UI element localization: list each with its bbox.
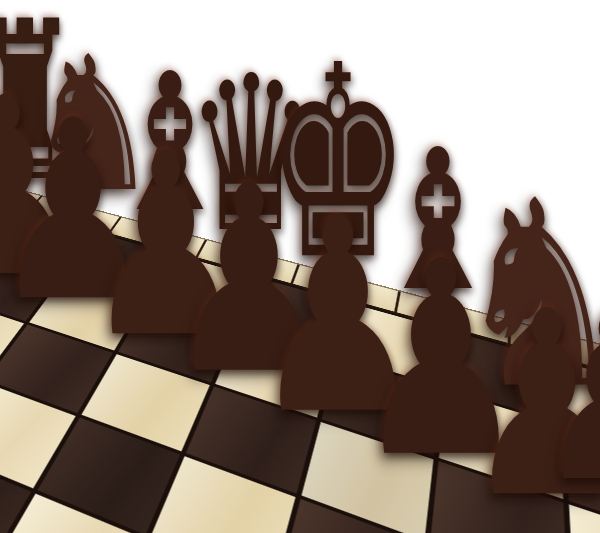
chess-set-photo: ABCDEFGH ♜♞♝♛♚♝♞♟♟♟♟♟♟♟♟ (0, 0, 600, 533)
pieces-layer: ♜♞♝♛♚♝♞♟♟♟♟♟♟♟♟ (0, 0, 600, 533)
piece-black-pawn-h7: ♟ (538, 284, 600, 514)
